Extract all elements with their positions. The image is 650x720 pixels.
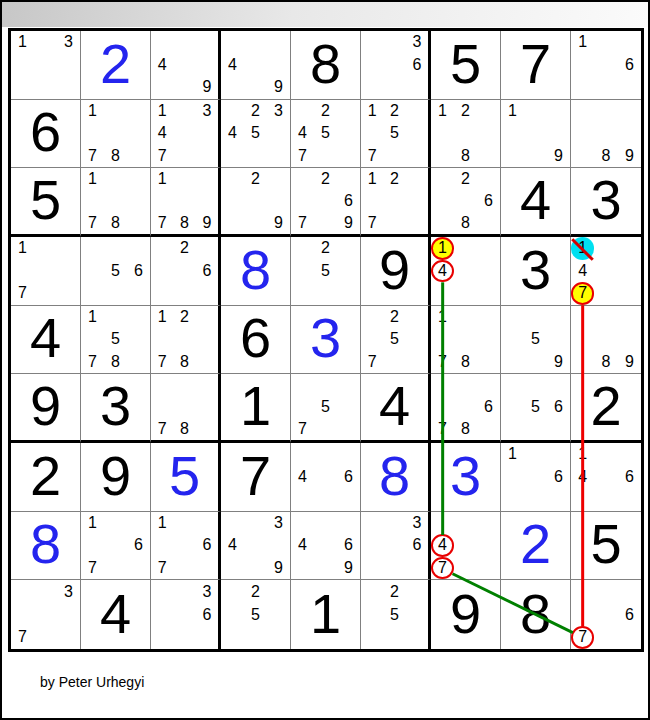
big-digit: 8 [310,36,341,92]
big-digit: 8 [520,586,551,642]
candidate-4[interactable]: 4 [571,465,594,488]
candidate-7[interactable]: 7 [291,418,314,440]
candidate-1[interactable]: 1 [151,168,173,190]
candidate-7[interactable]: 7 [361,351,383,374]
cell-r9c7[interactable]: 9 [431,580,501,649]
pencil-marks: 89 [571,100,641,168]
candidate-7[interactable]: 7 [81,212,104,234]
candidate-6[interactable]: 6 [406,534,428,557]
author-credit: by Peter Urhegyi [40,674,144,690]
pencil-marks: 178 [431,306,500,374]
pencil-marks: 469 [291,512,360,580]
cell-r5c2[interactable]: 1578 [81,306,151,375]
pencil-marks: 49 [151,31,218,99]
cell-r1c3[interactable]: 49 [151,31,221,100]
cell-r2c4[interactable]: 2345 [221,100,291,169]
cell-r4c5[interactable]: 25 [291,237,361,306]
cell-r5c8[interactable]: 59 [501,306,571,375]
cell-r2c7[interactable]: 128 [431,100,501,169]
cell-r7c4[interactable]: 7 [221,443,291,512]
cell-r3c6[interactable]: 127 [361,168,431,237]
cell-r2c5[interactable]: 2457 [291,100,361,169]
cell-r1c2[interactable]: 2 [81,31,151,100]
cell-r5c1[interactable]: 4 [11,306,81,375]
candidate-2[interactable]: 2 [314,237,337,260]
big-digit: 5 [450,36,481,92]
candidate-5[interactable]: 5 [104,328,127,351]
candidate-6[interactable]: 6 [618,54,641,77]
cell-r7c3[interactable]: 5 [151,443,221,512]
candidate-3[interactable]: 3 [196,100,218,123]
pencil-marks: 178 [81,168,150,234]
candidate-9[interactable]: 9 [547,145,570,168]
cell-r5c5[interactable]: 3 [291,306,361,375]
big-digit: 1 [240,378,271,434]
cell-r2c1[interactable]: 6 [11,100,81,169]
cell-r5c4[interactable]: 6 [221,306,291,375]
big-digit: 4 [100,586,131,642]
sudoku-app-window: 1324949836571661781347234524571257128198… [0,0,650,720]
candidate-1[interactable]: 1 [81,306,104,329]
cell-r9c2[interactable]: 4 [81,580,151,649]
cell-r3c3[interactable]: 1789 [151,168,221,237]
candidate-2[interactable]: 2 [454,168,477,190]
candidate-9[interactable]: 9 [547,351,570,374]
candidate-7[interactable]: 7 [151,212,173,234]
big-digit: 5 [30,172,61,228]
pencil-marks: 47 [431,512,500,580]
big-digit: 5 [169,448,200,504]
cell-r6c7[interactable]: 678 [431,374,501,443]
pencil-marks: 36 [361,512,428,580]
pencil-marks: 36 [361,31,428,99]
cell-r3c5[interactable]: 2679 [291,168,361,237]
cell-r2c3[interactable]: 1347 [151,100,221,169]
cell-r1c6[interactable]: 36 [361,31,431,100]
big-digit: 9 [379,242,410,298]
candidate-7[interactable]: 7 [81,351,104,374]
pencil-marks: 49 [221,31,290,99]
candidate-1[interactable]: 1 [151,306,173,329]
candidate-2[interactable]: 2 [454,100,477,123]
candidate-5[interactable]: 5 [244,122,267,145]
pencil-marks: 1578 [81,306,150,374]
pencil-marks: 167 [151,512,218,580]
candidate-7[interactable]: 7 [571,282,594,305]
cell-r1c8[interactable]: 7 [501,31,571,100]
candidate-1[interactable]: 1 [11,31,34,54]
pencil-marks: 56 [501,374,570,440]
pencil-marks: 1347 [151,100,218,168]
candidate-4[interactable]: 4 [151,122,173,145]
candidate-5[interactable]: 5 [383,122,405,145]
candidate-2[interactable]: 2 [173,237,195,260]
big-digit: 3 [520,242,551,298]
candidate-4[interactable]: 4 [291,122,314,145]
candidate-6[interactable]: 6 [196,603,218,626]
candidate-6[interactable]: 6 [477,396,500,418]
candidate-8[interactable]: 8 [173,418,195,440]
candidate-2[interactable]: 2 [383,168,405,190]
candidate-2[interactable]: 2 [314,168,337,190]
cell-r7c6[interactable]: 8 [361,443,431,512]
candidate-6[interactable]: 6 [127,260,150,283]
cell-r7c8[interactable]: 16 [501,443,571,512]
candidate-8[interactable]: 8 [454,418,477,440]
big-digit: 9 [100,448,131,504]
cell-r6c2[interactable]: 3 [81,374,151,443]
candidate-1[interactable]: 1 [361,100,383,123]
cell-r6c6[interactable]: 4 [361,374,431,443]
big-digit: 2 [30,448,61,504]
big-digit: 3 [100,378,131,434]
candidate-1[interactable]: 1 [361,168,383,190]
cell-r9c4[interactable]: 25 [221,580,291,649]
pencil-marks: 127 [361,168,428,234]
candidate-9[interactable]: 9 [196,76,218,99]
sudoku-board: 1324949836571661781347234524571257128198… [8,28,644,652]
pencil-marks: 257 [361,306,428,374]
cell-r3c8[interactable]: 4 [501,168,571,237]
cell-r4c8[interactable]: 3 [501,237,571,306]
candidate-3[interactable]: 3 [196,580,218,603]
cell-r8c5[interactable]: 469 [291,512,361,581]
candidate-9[interactable]: 9 [267,557,290,580]
cell-r8c6[interactable]: 36 [361,512,431,581]
candidate-8[interactable]: 8 [104,212,127,234]
pencil-marks: 46 [291,443,360,511]
pencil-marks: 57 [291,374,360,440]
candidate-3[interactable]: 3 [267,512,290,535]
elimination-slash-icon [571,238,594,261]
candidate-2[interactable]: 2 [383,100,405,123]
cell-r3c9[interactable]: 3 [571,168,641,237]
cell-r5c3[interactable]: 1278 [151,306,221,375]
candidate-7[interactable]: 7 [81,145,104,168]
candidate-1[interactable]: 1 [571,443,594,466]
big-digit: 5 [590,516,621,572]
cell-r1c1[interactable]: 13 [11,31,81,100]
pencil-marks: 2345 [221,100,290,168]
cell-r1c4[interactable]: 49 [221,31,291,100]
candidate-4[interactable]: 4 [431,534,454,557]
pencil-marks: 17 [11,237,80,305]
candidate-9[interactable]: 9 [267,76,290,99]
cell-r3c4[interactable]: 29 [221,168,291,237]
candidate-3[interactable]: 3 [57,31,80,54]
candidate-2[interactable]: 2 [244,580,267,603]
candidate-1[interactable]: 1 [151,512,173,535]
cell-r4c1[interactable]: 17 [11,237,81,306]
candidate-2[interactable]: 2 [173,306,195,329]
cell-r4c4[interactable]: 8 [221,237,291,306]
candidate-7[interactable]: 7 [151,418,173,440]
candidate-1[interactable]: 1 [571,31,594,54]
big-digit: 8 [379,448,410,504]
pencil-marks: 2679 [291,168,360,234]
big-digit: 2 [100,36,131,92]
candidate-8[interactable]: 8 [454,212,477,234]
pencil-marks: 59 [501,306,570,374]
candidate-6[interactable]: 6 [406,54,428,77]
pencil-marks: 56 [81,237,150,305]
candidate-2[interactable]: 2 [383,306,405,329]
candidate-7[interactable]: 7 [151,557,173,580]
pencil-marks: 37 [11,580,80,649]
big-digit: 8 [30,516,61,572]
candidate-7[interactable]: 7 [151,145,173,168]
pencil-marks: 349 [221,512,290,580]
candidate-6[interactable]: 6 [196,534,218,557]
candidate-1[interactable]: 1 [431,237,454,260]
big-digit: 4 [30,310,61,366]
cell-r3c2[interactable]: 178 [81,168,151,237]
cell-r3c1[interactable]: 5 [11,168,81,237]
cell-r4c3[interactable]: 26 [151,237,221,306]
cell-r9c9[interactable]: 67 [571,580,641,649]
cell-r8c4[interactable]: 349 [221,512,291,581]
cell-r7c1[interactable]: 2 [11,443,81,512]
cell-r4c2[interactable]: 56 [81,237,151,306]
cell-r6c4[interactable]: 1 [221,374,291,443]
candidate-7[interactable]: 7 [291,145,314,168]
candidate-4[interactable]: 4 [221,534,244,557]
candidate-2[interactable]: 2 [314,100,337,123]
big-digit: 9 [30,378,61,434]
cell-r1c9[interactable]: 16 [571,31,641,100]
cell-r5c9[interactable]: 89 [571,306,641,375]
pencil-marks: 1257 [361,100,428,168]
candidate-8[interactable]: 8 [173,351,195,374]
candidate-5[interactable]: 5 [314,122,337,145]
candidate-1[interactable]: 1 [81,100,104,123]
candidate-7[interactable]: 7 [571,626,594,649]
candidate-7[interactable]: 7 [431,351,454,374]
candidate-6[interactable]: 6 [196,260,218,283]
pencil-marks: 25 [361,580,428,649]
candidate-1[interactable]: 1 [81,168,104,190]
candidate-4[interactable]: 4 [431,260,454,283]
cell-r9c5[interactable]: 1 [291,580,361,649]
pencil-marks: 14 [431,237,500,305]
big-digit: 2 [590,378,621,434]
pencil-marks: 89 [571,306,641,374]
big-digit: 6 [30,104,61,160]
candidate-6[interactable]: 6 [547,465,570,488]
candidate-6[interactable]: 6 [547,396,570,418]
candidate-6[interactable]: 6 [337,534,360,557]
cell-r5c6[interactable]: 257 [361,306,431,375]
big-digit: 3 [450,448,481,504]
big-digit: 2 [520,516,551,572]
pencil-marks: 13 [11,31,80,99]
pencil-marks: 1789 [151,168,218,234]
pencil-marks: 178 [81,100,150,168]
pencil-marks: 167 [81,512,150,580]
candidate-1[interactable]: 1 [501,443,524,466]
candidate-4[interactable]: 4 [221,122,244,145]
candidate-8[interactable]: 8 [104,351,127,374]
candidate-7[interactable]: 7 [11,282,34,305]
candidate-1[interactable]: 1 [501,100,524,123]
pencil-marks: 36 [151,580,218,649]
candidate-3[interactable]: 3 [406,512,428,535]
candidate-5[interactable]: 5 [314,260,337,283]
big-digit: 7 [240,448,271,504]
cell-r4c9[interactable]: 147 [571,237,641,306]
candidate-5[interactable]: 5 [524,328,547,351]
cell-r2c8[interactable]: 19 [501,100,571,169]
candidate-6[interactable]: 6 [618,465,641,488]
candidate-8[interactable]: 8 [454,145,477,168]
candidate-5[interactable]: 5 [244,603,267,626]
pencil-marks: 78 [151,374,218,440]
big-digit: 3 [590,172,621,228]
candidate-7[interactable]: 7 [431,557,454,580]
candidate-1[interactable]: 1 [11,237,34,260]
cell-r8c2[interactable]: 167 [81,512,151,581]
cell-r6c8[interactable]: 56 [501,374,571,443]
pencil-marks: 16 [571,31,641,99]
pencil-marks: 1278 [151,306,218,374]
candidate-1[interactable]: 1 [151,100,173,123]
candidate-4[interactable]: 4 [291,534,314,557]
cell-r9c3[interactable]: 36 [151,580,221,649]
candidate-1[interactable]: 1 [81,512,104,535]
cell-r7c5[interactable]: 46 [291,443,361,512]
candidate-7[interactable]: 7 [361,212,383,234]
candidate-7[interactable]: 7 [291,212,314,234]
candidate-6[interactable]: 6 [337,190,360,212]
big-digit: 1 [310,586,341,642]
cell-r5c7[interactable]: 178 [431,306,501,375]
cell-r8c8[interactable]: 2 [501,512,571,581]
cell-r8c7[interactable]: 47 [431,512,501,581]
cell-r6c5[interactable]: 57 [291,374,361,443]
cell-r7c7[interactable]: 3 [431,443,501,512]
pencil-marks: 25 [221,580,290,649]
candidate-8[interactable]: 8 [594,351,617,374]
pencil-marks: 19 [501,100,570,168]
candidate-3[interactable]: 3 [406,31,428,54]
cell-r4c6[interactable]: 9 [361,237,431,306]
candidate-4[interactable]: 4 [221,54,244,77]
candidate-5[interactable]: 5 [524,396,547,418]
pencil-marks: 16 [501,443,570,511]
candidate-3[interactable]: 3 [267,100,290,123]
candidate-5[interactable]: 5 [314,396,337,418]
candidate-2[interactable]: 2 [244,168,267,190]
candidate-4[interactable]: 4 [571,260,594,283]
candidate-9[interactable]: 9 [337,557,360,580]
cell-r2c6[interactable]: 1257 [361,100,431,169]
cell-r1c5[interactable]: 8 [291,31,361,100]
pencil-marks: 2457 [291,100,360,168]
candidate-6[interactable]: 6 [337,465,360,488]
candidate-7[interactable]: 7 [361,145,383,168]
candidate-2[interactable]: 2 [244,100,267,123]
title-bar [2,2,648,27]
candidate-9[interactable]: 9 [618,351,641,374]
candidate-8[interactable]: 8 [173,212,195,234]
candidate-4[interactable]: 4 [291,465,314,488]
candidate-9[interactable]: 9 [337,212,360,234]
candidate-1[interactable]: 1 [571,237,594,260]
candidate-7[interactable]: 7 [11,626,34,649]
pencil-marks: 26 [151,237,218,305]
big-digit: 7 [520,36,551,92]
cell-r8c9[interactable]: 5 [571,512,641,581]
candidate-7[interactable]: 7 [151,351,173,374]
candidate-6[interactable]: 6 [618,603,641,626]
pencil-marks: 147 [571,237,641,305]
candidate-5[interactable]: 5 [383,328,405,351]
big-digit: 9 [450,586,481,642]
candidate-5[interactable]: 5 [104,260,127,283]
big-digit: 3 [310,310,341,366]
candidate-1[interactable]: 1 [431,100,454,123]
cell-r9c1[interactable]: 37 [11,580,81,649]
candidate-4[interactable]: 4 [151,54,173,77]
big-digit: 4 [520,172,551,228]
cell-r2c2[interactable]: 178 [81,100,151,169]
candidate-6[interactable]: 6 [477,190,500,212]
cell-r6c9[interactable]: 2 [571,374,641,443]
cell-r9c6[interactable]: 25 [361,580,431,649]
cell-r7c9[interactable]: 146 [571,443,641,512]
cell-r1c7[interactable]: 5 [431,31,501,100]
pencil-marks: 678 [431,374,500,440]
pencil-marks: 146 [571,443,641,511]
pencil-marks: 25 [291,237,360,305]
pencil-marks: 268 [431,168,500,234]
candidate-9[interactable]: 9 [618,145,641,168]
candidate-2[interactable]: 2 [383,580,405,603]
cell-r8c1[interactable]: 8 [11,512,81,581]
cell-r2c9[interactable]: 89 [571,100,641,169]
candidate-9[interactable]: 9 [267,212,290,234]
big-digit: 8 [240,242,271,298]
candidate-7[interactable]: 7 [81,557,104,580]
candidate-6[interactable]: 6 [127,534,150,557]
candidate-8[interactable]: 8 [104,145,127,168]
candidate-8[interactable]: 8 [594,145,617,168]
cell-r7c2[interactable]: 9 [81,443,151,512]
cell-r6c1[interactable]: 9 [11,374,81,443]
pencil-marks: 128 [431,100,500,168]
pencil-marks: 29 [221,168,290,234]
candidate-9[interactable]: 9 [196,212,218,234]
cell-r6c3[interactable]: 78 [151,374,221,443]
candidate-1[interactable]: 1 [431,306,454,329]
big-digit: 6 [240,310,271,366]
candidate-3[interactable]: 3 [57,580,80,603]
candidate-8[interactable]: 8 [454,351,477,374]
cell-r8c3[interactable]: 167 [151,512,221,581]
cell-r3c7[interactable]: 268 [431,168,501,237]
pencil-marks: 67 [571,580,641,649]
cell-r4c7[interactable]: 14 [431,237,501,306]
big-digit: 4 [379,378,410,434]
cell-r9c8[interactable]: 8 [501,580,571,649]
candidate-5[interactable]: 5 [383,603,405,626]
candidate-7[interactable]: 7 [431,418,454,440]
